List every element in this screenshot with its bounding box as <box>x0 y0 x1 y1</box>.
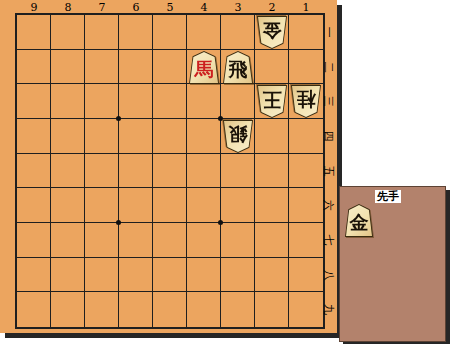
board-cell[interactable] <box>221 292 255 327</box>
board-cell[interactable] <box>153 50 187 85</box>
file-label: 2 <box>255 0 289 14</box>
board-cell[interactable] <box>187 119 221 154</box>
board-cell[interactable] <box>153 258 187 293</box>
board-cell[interactable] <box>119 50 153 85</box>
board-cell[interactable] <box>255 292 289 327</box>
board-cell[interactable] <box>85 154 119 189</box>
rank-label: 二 <box>312 60 347 74</box>
board-cell[interactable] <box>153 15 187 50</box>
board-cell[interactable] <box>221 258 255 293</box>
board-cell[interactable] <box>187 84 221 119</box>
board-cell[interactable] <box>221 188 255 223</box>
rank-labels: 一二三四五六七八九 <box>322 15 336 327</box>
piece-kanji: 金 <box>350 213 369 232</box>
board-cell[interactable] <box>17 154 51 189</box>
file-label: 6 <box>119 0 153 14</box>
board-cell[interactable] <box>119 154 153 189</box>
piece-kanji: 飛 <box>229 60 248 79</box>
shogi-board-panel: 987654321 一二三四五六七八九 金 馬 飛 王 桂 銀 <box>0 0 337 333</box>
piece-kanji: 金 <box>263 22 282 41</box>
board-cell[interactable] <box>255 119 289 154</box>
board-cell[interactable] <box>17 119 51 154</box>
board-cell[interactable] <box>119 292 153 327</box>
board-cell[interactable] <box>85 292 119 327</box>
piece-kanji: 銀 <box>229 126 248 145</box>
board-cell[interactable] <box>51 50 85 85</box>
rank-label: 四 <box>312 129 347 143</box>
piece-kanji: 馬 <box>195 60 214 79</box>
board-cell[interactable] <box>255 154 289 189</box>
board-cell[interactable] <box>85 223 119 258</box>
board-cell[interactable] <box>153 292 187 327</box>
board-cell[interactable] <box>51 119 85 154</box>
board-cell[interactable] <box>153 223 187 258</box>
board-cell[interactable] <box>119 223 153 258</box>
rank-label: 五 <box>312 164 347 178</box>
piece-kanji: 王 <box>263 91 282 110</box>
star-point <box>218 220 223 225</box>
board-grid <box>17 15 323 327</box>
file-label: 1 <box>289 0 323 14</box>
board-cell[interactable] <box>17 292 51 327</box>
board-cell[interactable] <box>51 258 85 293</box>
file-label: 5 <box>153 0 187 14</box>
board-cell[interactable] <box>17 84 51 119</box>
file-label: 3 <box>221 0 255 14</box>
board-cell[interactable] <box>187 188 221 223</box>
sente-hand-panel: 先手 金 <box>339 186 446 342</box>
board-cell[interactable] <box>221 15 255 50</box>
board-cell[interactable] <box>17 258 51 293</box>
piece-gote-knight-1c[interactable]: 桂 <box>291 85 321 118</box>
piece-gote-king-2c[interactable]: 王 <box>257 85 287 118</box>
board-cell[interactable] <box>51 84 85 119</box>
board-cell[interactable] <box>255 50 289 85</box>
file-label: 7 <box>85 0 119 14</box>
board-cell[interactable] <box>255 258 289 293</box>
piece-sente-horse-4b[interactable]: 馬 <box>189 51 219 84</box>
board-cell[interactable] <box>153 84 187 119</box>
board-cell[interactable] <box>85 258 119 293</box>
board-cell[interactable] <box>187 223 221 258</box>
board-cell[interactable] <box>85 84 119 119</box>
rank-label: 一 <box>312 25 347 39</box>
board-cell[interactable] <box>51 15 85 50</box>
board-cell[interactable] <box>17 50 51 85</box>
file-label: 8 <box>51 0 85 14</box>
star-point <box>116 116 121 121</box>
board-cell[interactable] <box>119 119 153 154</box>
file-label: 4 <box>187 0 221 14</box>
board-cell[interactable] <box>221 84 255 119</box>
board-cell[interactable] <box>153 154 187 189</box>
file-labels: 987654321 <box>17 0 323 14</box>
board-cell[interactable] <box>187 258 221 293</box>
board-cell[interactable] <box>187 154 221 189</box>
board-cell[interactable] <box>119 84 153 119</box>
piece-gote-gold-2a[interactable]: 金 <box>257 16 287 49</box>
board-grid-frame <box>15 13 325 329</box>
board-cell[interactable] <box>153 119 187 154</box>
hand-piece-sente-gold[interactable]: 金 <box>345 204 373 237</box>
board-cell[interactable] <box>51 292 85 327</box>
piece-gote-silver-3d[interactable]: 銀 <box>223 120 253 153</box>
board-cell[interactable] <box>187 15 221 50</box>
board-cell[interactable] <box>51 188 85 223</box>
board-cell[interactable] <box>119 188 153 223</box>
file-label: 9 <box>17 0 51 14</box>
board-cell[interactable] <box>85 119 119 154</box>
piece-kanji: 桂 <box>297 91 316 110</box>
board-cell[interactable] <box>221 154 255 189</box>
board-cell[interactable] <box>255 188 289 223</box>
board-cell[interactable] <box>17 223 51 258</box>
board-cell[interactable] <box>255 223 289 258</box>
board-cell[interactable] <box>187 292 221 327</box>
board-cell[interactable] <box>221 223 255 258</box>
board-cell[interactable] <box>51 223 85 258</box>
piece-sente-rook-3b[interactable]: 飛 <box>223 51 253 84</box>
board-cell[interactable] <box>119 15 153 50</box>
board-cell[interactable] <box>85 50 119 85</box>
star-point <box>116 220 121 225</box>
board-cell[interactable] <box>119 258 153 293</box>
board-cell[interactable] <box>51 154 85 189</box>
sente-hand-label: 先手 <box>375 190 401 203</box>
board-cell[interactable] <box>153 188 187 223</box>
board-cell[interactable] <box>17 15 51 50</box>
board-cell[interactable] <box>85 188 119 223</box>
board-cell[interactable] <box>85 15 119 50</box>
board-cell[interactable] <box>17 188 51 223</box>
